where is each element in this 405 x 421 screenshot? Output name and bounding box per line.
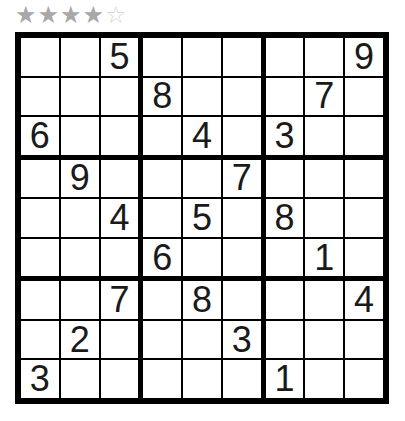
sudoku-box-6: 81 [266,160,383,277]
cell-r4c5[interactable] [183,160,221,198]
cell-r5c3[interactable]: 4 [101,199,139,237]
cell-r9c8[interactable] [305,360,343,398]
cell-r3c8[interactable] [305,117,343,155]
cell-r8c5[interactable] [183,321,221,359]
cell-r5c5[interactable]: 5 [183,199,221,237]
cell-r3c3[interactable] [101,117,139,155]
star-icon: ☆ [105,2,128,28]
cell-r8c9[interactable] [345,321,383,359]
cell-r5c8[interactable] [305,199,343,237]
sudoku-box-7: 723 [21,281,138,398]
cell-r1c3[interactable]: 5 [101,38,139,76]
cell-r6c2[interactable] [61,239,99,277]
cell-r2c4[interactable]: 8 [143,78,181,116]
cell-r5c9[interactable] [345,199,383,237]
cell-r9c9[interactable] [345,360,383,398]
sudoku-box-5: 756 [143,160,260,277]
cell-r9c4[interactable] [143,360,181,398]
cell-r9c2[interactable] [61,360,99,398]
sudoku-box-9: 41 [266,281,383,398]
cell-r3c6[interactable] [223,117,261,155]
cell-r6c3[interactable] [101,239,139,277]
cell-r1c7[interactable] [266,38,304,76]
cell-r2c3[interactable] [101,78,139,116]
cell-r2c2[interactable] [61,78,99,116]
cell-r3c9[interactable] [345,117,383,155]
star-icon: ★ [83,2,106,28]
cell-r4c1[interactable] [21,160,59,198]
cell-r1c4[interactable] [143,38,181,76]
cell-r4c4[interactable] [143,160,181,198]
cell-r2c9[interactable] [345,78,383,116]
cell-r1c2[interactable] [61,38,99,76]
star-icon: ★ [38,2,61,28]
cell-r5c2[interactable] [61,199,99,237]
cell-r8c3[interactable] [101,321,139,359]
cell-r6c5[interactable] [183,239,221,277]
cell-r7c5[interactable]: 8 [183,281,221,319]
cell-r4c3[interactable] [101,160,139,198]
cell-r5c6[interactable] [223,199,261,237]
cell-r3c1[interactable]: 6 [21,117,59,155]
cell-r7c3[interactable]: 7 [101,281,139,319]
cell-r3c4[interactable] [143,117,181,155]
cell-r9c1[interactable]: 3 [21,360,59,398]
cell-r7c7[interactable] [266,281,304,319]
sudoku-box-4: 94 [21,160,138,277]
cell-r8c7[interactable] [266,321,304,359]
cell-r6c4[interactable]: 6 [143,239,181,277]
sudoku-box-8: 83 [143,281,260,398]
cell-r2c5[interactable] [183,78,221,116]
cell-r1c9[interactable]: 9 [345,38,383,76]
cell-r2c6[interactable] [223,78,261,116]
cell-r7c9[interactable]: 4 [345,281,383,319]
cell-r1c1[interactable] [21,38,59,76]
cell-r7c1[interactable] [21,281,59,319]
sudoku-box-3: 973 [266,38,383,155]
cell-r8c4[interactable] [143,321,181,359]
star-icon: ★ [60,2,83,28]
cell-r6c8[interactable]: 1 [305,239,343,277]
cell-r5c7[interactable]: 8 [266,199,304,237]
cell-r9c6[interactable] [223,360,261,398]
cell-r4c6[interactable]: 7 [223,160,261,198]
cell-r5c1[interactable] [21,199,59,237]
cell-r8c6[interactable]: 3 [223,321,261,359]
cell-r7c4[interactable] [143,281,181,319]
cell-r3c7[interactable]: 3 [266,117,304,155]
cell-r6c9[interactable] [345,239,383,277]
difficulty-rating: ★★★★☆ [15,2,128,28]
cell-r4c7[interactable] [266,160,304,198]
cell-r8c8[interactable] [305,321,343,359]
cell-r3c2[interactable] [61,117,99,155]
cell-r9c5[interactable] [183,360,221,398]
cell-r4c8[interactable] [305,160,343,198]
cell-r4c2[interactable]: 9 [61,160,99,198]
cell-r7c8[interactable] [305,281,343,319]
cell-r4c9[interactable] [345,160,383,198]
cell-r6c6[interactable] [223,239,261,277]
sudoku-box-2: 84 [143,38,260,155]
cell-r8c2[interactable]: 2 [61,321,99,359]
cell-r7c6[interactable] [223,281,261,319]
cell-r9c7[interactable]: 1 [266,360,304,398]
star-icon: ★ [15,2,38,28]
cell-r9c3[interactable] [101,360,139,398]
sudoku-grid: 568497394756817238341 [15,32,389,404]
cell-r1c5[interactable] [183,38,221,76]
cell-r2c8[interactable]: 7 [305,78,343,116]
cell-r6c7[interactable] [266,239,304,277]
cell-r7c2[interactable] [61,281,99,319]
cell-r2c7[interactable] [266,78,304,116]
cell-r6c1[interactable] [21,239,59,277]
cell-r5c4[interactable] [143,199,181,237]
cell-r1c6[interactable] [223,38,261,76]
sudoku-page: ★★★★☆ 568497394756817238341 [0,0,405,421]
cell-r8c1[interactable] [21,321,59,359]
cell-r3c5[interactable]: 4 [183,117,221,155]
sudoku-box-1: 56 [21,38,138,155]
cell-r1c8[interactable] [305,38,343,76]
cell-r2c1[interactable] [21,78,59,116]
